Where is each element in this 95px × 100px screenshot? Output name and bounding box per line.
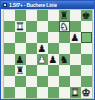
square-b3[interactable]: ♜ bbox=[15, 65, 26, 76]
square-f1[interactable] bbox=[59, 87, 70, 98]
square-g3[interactable] bbox=[70, 65, 81, 76]
square-f2[interactable] bbox=[59, 76, 70, 87]
square-c6[interactable] bbox=[26, 32, 37, 43]
square-e6[interactable] bbox=[48, 32, 59, 43]
black-rook[interactable]: ♜ bbox=[16, 65, 25, 76]
square-h4[interactable] bbox=[81, 54, 92, 65]
square-b8[interactable] bbox=[15, 10, 26, 21]
square-h3[interactable] bbox=[81, 65, 92, 76]
square-h2[interactable] bbox=[81, 76, 92, 87]
square-f3[interactable] bbox=[59, 65, 70, 76]
white-rook[interactable]: ♜ bbox=[16, 21, 25, 32]
square-c3[interactable] bbox=[26, 65, 37, 76]
window-title: 1.Sf7+ - Buchere Linie bbox=[9, 1, 57, 9]
black-king[interactable]: ♚ bbox=[82, 10, 91, 21]
square-a2[interactable] bbox=[4, 76, 15, 87]
square-b2[interactable] bbox=[15, 76, 26, 87]
square-h6[interactable] bbox=[81, 32, 92, 43]
square-f8[interactable]: ♜ bbox=[59, 10, 70, 21]
square-f5[interactable] bbox=[59, 43, 70, 54]
square-a7[interactable] bbox=[4, 21, 15, 32]
square-a5[interactable] bbox=[4, 43, 15, 54]
square-b7[interactable]: ♜ bbox=[15, 21, 26, 32]
square-e2[interactable] bbox=[48, 76, 59, 87]
square-d3[interactable] bbox=[37, 65, 48, 76]
square-e3[interactable] bbox=[48, 65, 59, 76]
black-rook[interactable]: ♜ bbox=[60, 10, 69, 21]
square-c7[interactable] bbox=[26, 21, 37, 32]
square-d4[interactable]: ♟ bbox=[37, 54, 48, 65]
square-c8[interactable] bbox=[26, 10, 37, 21]
square-b4[interactable]: ♟ bbox=[15, 54, 26, 65]
square-g1[interactable]: ♜ bbox=[70, 87, 81, 98]
square-b1[interactable] bbox=[15, 87, 26, 98]
chess-app-window: 1.Sf7+ - Buchere Linie ♜♚♜♞♟♟♟♟♟♞♜♜♚ bbox=[0, 0, 95, 100]
square-a4[interactable] bbox=[4, 54, 15, 65]
square-g6[interactable]: ♟ bbox=[70, 32, 81, 43]
square-e5[interactable] bbox=[48, 43, 59, 54]
square-d5[interactable]: ♟ bbox=[37, 43, 48, 54]
square-f7[interactable]: ♞ bbox=[59, 21, 70, 32]
square-g5[interactable] bbox=[70, 43, 81, 54]
square-h5[interactable] bbox=[81, 43, 92, 54]
square-f4[interactable]: ♞ bbox=[59, 54, 70, 65]
square-c1[interactable] bbox=[26, 87, 37, 98]
square-d6[interactable] bbox=[37, 32, 48, 43]
square-e8[interactable] bbox=[48, 10, 59, 21]
white-knight[interactable]: ♞ bbox=[60, 21, 69, 32]
square-b6[interactable] bbox=[15, 32, 26, 43]
square-d7[interactable] bbox=[37, 21, 48, 32]
square-d2[interactable] bbox=[37, 76, 48, 87]
white-king[interactable]: ♚ bbox=[82, 87, 91, 98]
square-a6[interactable] bbox=[4, 32, 15, 43]
square-b5[interactable] bbox=[15, 43, 26, 54]
square-g7[interactable] bbox=[70, 21, 81, 32]
square-g2[interactable] bbox=[70, 76, 81, 87]
square-c4[interactable] bbox=[26, 54, 37, 65]
square-e4[interactable]: ♟ bbox=[48, 54, 59, 65]
square-c5[interactable] bbox=[26, 43, 37, 54]
square-d8[interactable] bbox=[37, 10, 48, 21]
square-f6[interactable] bbox=[59, 32, 70, 43]
white-rook[interactable]: ♜ bbox=[71, 87, 80, 98]
square-h7[interactable] bbox=[81, 21, 92, 32]
square-d1[interactable] bbox=[37, 87, 48, 98]
window-titlebar[interactable]: 1.Sf7+ - Buchere Linie bbox=[1, 1, 94, 9]
black-pawn[interactable]: ♟ bbox=[16, 54, 25, 65]
chess-board: ♜♚♜♞♟♟♟♟♟♞♜♜♚ bbox=[3, 9, 93, 99]
square-a1[interactable] bbox=[4, 87, 15, 98]
square-h8[interactable]: ♚ bbox=[81, 10, 92, 21]
square-c2[interactable] bbox=[26, 76, 37, 87]
white-pawn[interactable]: ♟ bbox=[38, 54, 47, 65]
black-pawn[interactable]: ♟ bbox=[49, 54, 58, 65]
square-g8[interactable] bbox=[70, 10, 81, 21]
black-pawn[interactable]: ♟ bbox=[38, 43, 47, 54]
square-e7[interactable] bbox=[48, 21, 59, 32]
window-body: ♜♚♜♞♟♟♟♟♟♞♜♜♚ bbox=[1, 9, 94, 99]
square-a3[interactable] bbox=[4, 65, 15, 76]
window-icon bbox=[3, 3, 7, 7]
square-a8[interactable] bbox=[4, 10, 15, 21]
black-pawn[interactable]: ♟ bbox=[71, 32, 80, 43]
black-knight[interactable]: ♞ bbox=[60, 54, 69, 65]
square-g4[interactable] bbox=[70, 54, 81, 65]
square-e1[interactable] bbox=[48, 87, 59, 98]
square-h1[interactable]: ♚ bbox=[81, 87, 92, 98]
